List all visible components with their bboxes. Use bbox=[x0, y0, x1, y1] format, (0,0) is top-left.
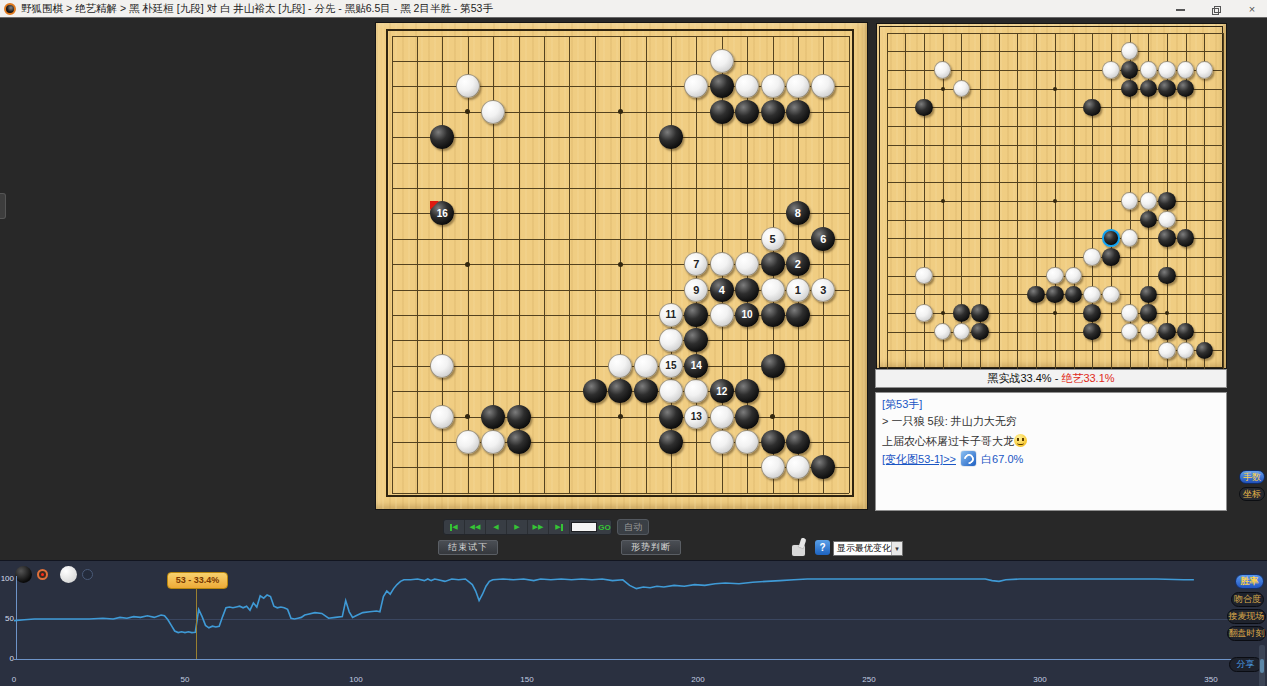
black-stone bbox=[971, 323, 989, 341]
white-stone bbox=[481, 100, 505, 124]
black-stone bbox=[1140, 304, 1158, 322]
white-stone bbox=[735, 430, 759, 454]
winrate-strip: 黑实战33.4% - 绝艺33.1% bbox=[875, 369, 1227, 388]
star-point bbox=[1053, 199, 1057, 203]
white-stone bbox=[1158, 61, 1176, 79]
nav-prev-button[interactable]: ◀ bbox=[486, 520, 507, 534]
playback-navbar: ◀◀◀◀▶▶▶▶GO bbox=[443, 519, 612, 535]
variation-move-15: 15 bbox=[659, 354, 683, 378]
y-tick-label: 0 bbox=[0, 654, 14, 663]
graph-scrollbar[interactable] bbox=[1259, 645, 1265, 686]
black-stone bbox=[971, 304, 989, 322]
white-stone bbox=[1140, 192, 1158, 210]
nav-next-button[interactable]: ▶ bbox=[507, 520, 528, 534]
variation-move-6: 6 bbox=[811, 227, 835, 251]
grid-line bbox=[646, 36, 647, 493]
smile-emoji-icon bbox=[1014, 434, 1027, 447]
ai-white-winrate: 白67.0% bbox=[981, 453, 1023, 465]
black-stone bbox=[1158, 229, 1176, 247]
white-stone bbox=[710, 252, 734, 276]
close-button[interactable]: × bbox=[1245, 0, 1259, 18]
dropdown-value: 显示最优变化 bbox=[834, 542, 891, 555]
winrate-tab-button[interactable]: 胜率 bbox=[1235, 574, 1264, 589]
white-stone bbox=[1158, 211, 1176, 229]
star-point bbox=[941, 311, 945, 315]
current-move-marker-line bbox=[196, 589, 197, 659]
grid-line bbox=[1223, 33, 1224, 370]
white-stone bbox=[1158, 342, 1176, 360]
white-stone bbox=[710, 49, 734, 73]
black-stone bbox=[1027, 286, 1045, 304]
variation-move-3: 3 bbox=[811, 278, 835, 302]
app-window: 野狐围棋 > 绝艺精解 > 黑 朴廷桓 [九段] 对 白 井山裕太 [九段] -… bbox=[0, 0, 1267, 686]
black-stone bbox=[710, 100, 734, 124]
star-point bbox=[941, 87, 945, 91]
black-stone bbox=[507, 405, 531, 429]
black-stone bbox=[481, 405, 505, 429]
black-stone bbox=[735, 405, 759, 429]
white-stone bbox=[761, 455, 785, 479]
black-stone bbox=[761, 100, 785, 124]
black-stone bbox=[1158, 192, 1176, 210]
black-stone bbox=[583, 379, 607, 403]
black-stone bbox=[1158, 323, 1176, 341]
black-stone bbox=[735, 278, 759, 302]
black-stone bbox=[1102, 248, 1120, 266]
black-stone bbox=[1158, 267, 1176, 285]
white-stone bbox=[1083, 248, 1101, 266]
white-stone bbox=[456, 74, 480, 98]
black-stone bbox=[761, 430, 785, 454]
move-numbers-toggle[interactable]: 手数 bbox=[1239, 470, 1265, 484]
red-triangle-marker bbox=[430, 201, 439, 210]
chat-line-2: 上届农心杯屠过卡子哥大龙 bbox=[882, 435, 1014, 447]
white-stone bbox=[761, 74, 785, 98]
move-number-input[interactable] bbox=[571, 522, 597, 532]
nav-first-button[interactable]: ◀ bbox=[444, 520, 465, 534]
black-stone bbox=[1140, 286, 1158, 304]
black-stone bbox=[786, 430, 810, 454]
winrate-graph-panel[interactable]: 53 - 33.4% 胜率 吻合度 接麦现场 翻盘时刻 分享 100500050… bbox=[0, 560, 1267, 686]
minimize-button[interactable] bbox=[1173, 0, 1187, 18]
nav-last-button[interactable]: ▶ bbox=[549, 520, 570, 534]
black-stone bbox=[659, 405, 683, 429]
black-stone bbox=[761, 354, 785, 378]
variation-move-1: 1 bbox=[786, 278, 810, 302]
white-stone bbox=[659, 379, 683, 403]
x-tick-label: 300 bbox=[1033, 675, 1046, 684]
coordinates-toggle[interactable]: 坐标 bbox=[1239, 487, 1265, 501]
ai-winrate-text: 绝艺33.1% bbox=[1061, 372, 1114, 384]
fox-go-logo-icon bbox=[4, 3, 16, 15]
chevron-down-icon: ▾ bbox=[891, 542, 902, 555]
grid-line bbox=[823, 36, 824, 493]
grid-line bbox=[1074, 33, 1075, 370]
variation-move-9: 9 bbox=[684, 278, 708, 302]
match-rate-button[interactable]: 吻合度 bbox=[1231, 592, 1264, 607]
auto-play-button[interactable]: 自动 bbox=[617, 519, 649, 535]
black-stone bbox=[659, 125, 683, 149]
x-tick-label: 350 bbox=[1204, 675, 1217, 684]
black-stone bbox=[659, 430, 683, 454]
variation-move-10: 10 bbox=[735, 303, 759, 327]
white-stone bbox=[915, 304, 933, 322]
white-stone bbox=[1140, 61, 1158, 79]
variation-move-4: 4 bbox=[710, 278, 734, 302]
star-point bbox=[465, 262, 470, 267]
black-stone bbox=[1083, 99, 1101, 117]
judge-position-button[interactable]: 形势判断 bbox=[621, 540, 681, 555]
variation-move-2: 2 bbox=[786, 252, 810, 276]
variation-move-5: 5 bbox=[761, 227, 785, 251]
sidebar-collapse-handle[interactable] bbox=[0, 193, 6, 219]
star-point bbox=[618, 414, 623, 419]
black-stone bbox=[786, 100, 810, 124]
white-stone bbox=[915, 267, 933, 285]
white-stone bbox=[634, 354, 658, 378]
white-stone bbox=[1102, 61, 1120, 79]
star-point bbox=[770, 414, 775, 419]
live-commentary-button[interactable]: 接麦现场 bbox=[1227, 609, 1266, 624]
variation-move-14: 14 bbox=[684, 354, 708, 378]
black-stone bbox=[710, 74, 734, 98]
chat-line-1: > 一只狼 5段: 井山力大无穷 bbox=[882, 414, 1220, 428]
variation-display-dropdown[interactable]: 显示最优变化 ▾ bbox=[833, 541, 903, 556]
white-stone bbox=[481, 430, 505, 454]
white-stone bbox=[1102, 286, 1120, 304]
white-stone bbox=[456, 430, 480, 454]
white-stone bbox=[761, 278, 785, 302]
black-stone bbox=[1046, 286, 1064, 304]
white-stone bbox=[710, 405, 734, 429]
x-tick-label: 150 bbox=[520, 675, 533, 684]
nav-rewind-button[interactable]: ◀◀ bbox=[465, 520, 486, 534]
y-tick-label: 50 bbox=[0, 614, 14, 623]
nav-forward-button[interactable]: ▶▶ bbox=[528, 520, 549, 534]
white-stone bbox=[710, 430, 734, 454]
x-tick-label: 50 bbox=[181, 675, 190, 684]
star-point bbox=[1053, 87, 1057, 91]
white-stone bbox=[735, 252, 759, 276]
comment-panel: [第53手] > 一只狼 5段: 井山力大无穷 上届农心杯屠过卡子哥大龙 [变化… bbox=[875, 392, 1227, 511]
white-stone bbox=[934, 61, 952, 79]
white-stone bbox=[1083, 286, 1101, 304]
black-stone bbox=[634, 379, 658, 403]
thumbs-up-icon[interactable] bbox=[791, 537, 813, 557]
end-trial-button[interactable]: 结束试下 bbox=[438, 540, 498, 555]
variation-move-13: 13 bbox=[684, 405, 708, 429]
white-stone bbox=[430, 354, 454, 378]
white-stone bbox=[1196, 61, 1214, 79]
grid-line bbox=[392, 493, 849, 494]
game-board[interactable] bbox=[876, 23, 1227, 369]
black-stone bbox=[1121, 61, 1139, 79]
star-point bbox=[1165, 311, 1169, 315]
white-stone bbox=[430, 405, 454, 429]
actual-winrate-text: 黑实战33.4% - bbox=[987, 372, 1061, 384]
y-tick-label: 100 bbox=[0, 574, 14, 583]
move-tooltip: 53 - 33.4% bbox=[167, 572, 228, 589]
x-tick-label: 100 bbox=[349, 675, 362, 684]
black-stone bbox=[735, 379, 759, 403]
grid-line bbox=[887, 257, 1224, 258]
star-point bbox=[618, 262, 623, 267]
share-button[interactable]: 分享 bbox=[1229, 657, 1262, 672]
grid-line bbox=[849, 36, 850, 493]
black-stone bbox=[761, 252, 785, 276]
white-stone bbox=[710, 303, 734, 327]
variation-link[interactable]: [变化图53-1]>> bbox=[882, 453, 956, 465]
key-moments-button[interactable]: 翻盘时刻 bbox=[1227, 626, 1266, 641]
black-stone bbox=[786, 303, 810, 327]
move-tag: [第53手] bbox=[882, 397, 1220, 411]
black-stone bbox=[507, 430, 531, 454]
window-title: 野狐围棋 > 绝艺精解 > 黑 朴廷桓 [九段] 对 白 井山裕太 [九段] -… bbox=[21, 2, 493, 16]
star-point bbox=[1053, 311, 1057, 315]
grid-line bbox=[1111, 33, 1112, 370]
restore-button[interactable] bbox=[1209, 0, 1223, 18]
x-tick-label: 250 bbox=[862, 675, 875, 684]
black-stone bbox=[761, 303, 785, 327]
white-stone bbox=[1121, 304, 1139, 322]
white-stone bbox=[1046, 267, 1064, 285]
variation-board[interactable]: 12345678910111213141516 bbox=[375, 22, 868, 510]
black-stone bbox=[608, 379, 632, 403]
black-stone bbox=[1083, 304, 1101, 322]
black-stone bbox=[915, 99, 933, 117]
black-stone bbox=[1158, 80, 1176, 98]
grid-line bbox=[1204, 33, 1205, 370]
black-stone bbox=[735, 100, 759, 124]
last-move-stone bbox=[1102, 229, 1120, 247]
star-point bbox=[618, 109, 623, 114]
variation-move-11: 11 bbox=[659, 303, 683, 327]
x-tick-label: 0 bbox=[12, 675, 16, 684]
variation-move-12: 12 bbox=[710, 379, 734, 403]
title-bar: 野狐围棋 > 绝艺精解 > 黑 朴廷桓 [九段] 对 白 井山裕太 [九段] -… bbox=[0, 0, 1267, 18]
black-stone bbox=[953, 304, 971, 322]
grid-line bbox=[392, 340, 849, 341]
white-stone bbox=[1121, 192, 1139, 210]
go-button[interactable]: GO bbox=[598, 520, 611, 534]
jueyi-ai-icon bbox=[961, 451, 976, 466]
help-icon[interactable]: ? bbox=[815, 540, 830, 555]
star-point bbox=[941, 199, 945, 203]
white-stone bbox=[1177, 61, 1195, 79]
x-tick-label: 200 bbox=[691, 675, 704, 684]
white-stone bbox=[608, 354, 632, 378]
